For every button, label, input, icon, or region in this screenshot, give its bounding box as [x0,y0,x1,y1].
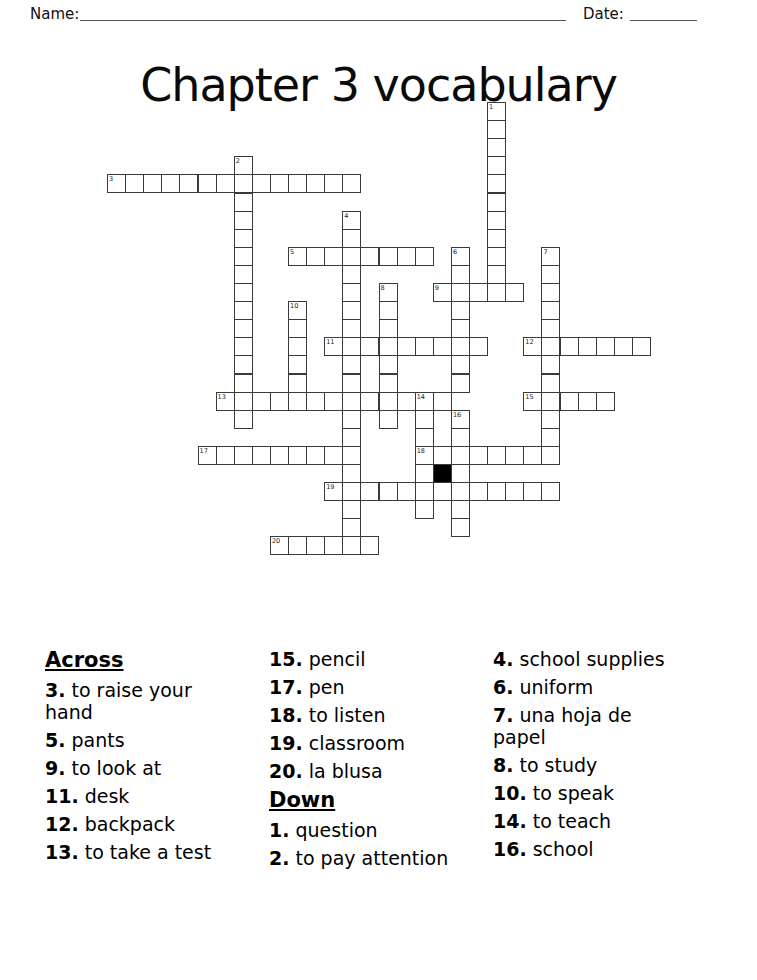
clue-list-number-18: 18. [269,704,303,726]
grid-cell-r14-c24[interactable] [541,355,560,374]
clue-number-8: 8 [381,284,385,292]
grid-cell-r10-c22[interactable] [505,283,524,302]
grid-cell-r13-c15[interactable] [379,337,398,356]
clue-list-number-13: 13. [45,841,79,863]
clue-4: 4. school supplies [493,648,689,670]
grid-cell-r9-c19[interactable] [451,265,470,284]
grid-cell-r13-c23[interactable]: 12 [523,337,542,356]
grid-cell-r21-c13[interactable] [342,482,361,501]
clue-number-4: 4 [344,212,348,220]
clue-number-12: 12 [525,338,533,346]
grid-cell-r11-c7[interactable] [234,301,253,320]
grid-cell-r10-c21[interactable] [487,283,506,302]
grid-cell-r15-c13[interactable] [342,374,361,393]
grid-cell-r13-c10[interactable] [288,337,307,356]
grid-cell-r16-c16[interactable] [397,392,416,411]
grid-cell-r3-c21[interactable] [487,156,506,175]
clue-list-number-2: 2. [269,847,289,869]
grid-cell-r7-c7[interactable] [234,229,253,248]
grid-cell-r19-c13[interactable] [342,446,361,465]
clue-17: 17. pen [269,676,471,698]
grid-cell-r10-c20[interactable] [469,283,488,302]
grid-cell-r13-c16[interactable] [397,337,416,356]
clue-15: 15. pencil [269,648,471,670]
grid-cell-r20-c19[interactable] [451,464,470,483]
clue-9: 9. to look at [45,757,233,779]
grid-cell-r3-c7[interactable]: 2 [234,156,253,175]
grid-cell-r13-c17[interactable] [415,337,434,356]
clue-number-11: 11 [326,338,334,346]
grid-cell-r4-c6[interactable] [216,174,235,193]
grid-cell-r21-c17[interactable] [415,482,434,501]
grid-cell-r17-c13[interactable] [342,410,361,429]
clue-list-number-5: 5. [45,729,65,751]
clue-12: 12. backpack [45,813,233,835]
clue-list-number-6: 6. [493,676,513,698]
grid-cell-r22-c17[interactable] [415,500,434,519]
grid-cell-r12-c7[interactable] [234,319,253,338]
clue-16: 16. school [493,838,689,860]
grid-cell-r19-c19[interactable] [451,446,470,465]
clue-list-number-1: 1. [269,819,289,841]
grid-cell-r13-c26[interactable] [578,337,597,356]
crossword-grid: 1234567891011121314151617181920 [107,102,652,557]
clue-number-3: 3 [109,175,113,183]
clue-18: 18. to listen [269,704,471,726]
grid-cell-r17-c15[interactable] [379,410,398,429]
clue-number-10: 10 [290,302,298,310]
grid-cell-r11-c15[interactable] [379,301,398,320]
grid-cell-r15-c15[interactable] [379,374,398,393]
grid-cell-r4-c21[interactable] [487,174,506,193]
grid-cell-r13-c14[interactable] [360,337,379,356]
grid-cell-r19-c21[interactable] [487,446,506,465]
grid-cell-r15-c19[interactable] [451,374,470,393]
grid-cell-r13-c20[interactable] [469,337,488,356]
grid-cell-r17-c7[interactable] [234,410,253,429]
grid-cell-r14-c13[interactable] [342,355,361,374]
grid-cell-r8-c10[interactable]: 5 [288,247,307,266]
grid-cell-r10-c13[interactable] [342,283,361,302]
grid-cell-r21-c20[interactable] [469,482,488,501]
grid-cell-r19-c22[interactable] [505,446,524,465]
grid-cell-r12-c15[interactable] [379,319,398,338]
grid-cell-r16-c25[interactable] [560,392,579,411]
grid-cell-r18-c13[interactable] [342,428,361,447]
grid-cell-r19-c7[interactable] [234,446,253,465]
grid-cell-r8-c14[interactable] [360,247,379,266]
grid-cell-r13-c29[interactable] [632,337,651,356]
grid-cell-r8-c7[interactable] [234,247,253,266]
grid-cell-r21-c22[interactable] [505,482,524,501]
grid-cell-r19-c20[interactable] [469,446,488,465]
grid-cell-r14-c7[interactable] [234,355,253,374]
clue-list-number-4: 4. [493,648,513,670]
clue-list-number-17: 17. [269,676,303,698]
grid-cell-r8-c12[interactable] [324,247,343,266]
grid-cell-r8-c11[interactable] [306,247,325,266]
clue-2: 2. to pay attention [269,847,471,869]
grid-cell-r24-c9[interactable]: 20 [270,536,289,555]
clue-number-1: 1 [489,103,493,111]
grid-cell-r19-c17[interactable]: 18 [415,446,434,465]
grid-cell-r19-c5[interactable]: 17 [198,446,217,465]
clue-number-2: 2 [236,157,240,165]
grid-cell-r16-c6[interactable]: 13 [216,392,235,411]
grid-cell-r12-c24[interactable] [541,319,560,338]
grid-cell-r13-c12[interactable]: 11 [324,337,343,356]
clue-13: 13. to take a test [45,841,233,863]
clue-list-number-8: 8. [493,754,513,776]
clue-8: 8. to study [493,754,689,776]
grid-cell-r14-c10[interactable] [288,355,307,374]
grid-cell-r16-c13[interactable] [342,392,361,411]
grid-cell-r21-c16[interactable] [397,482,416,501]
grid-cell-r19-c8[interactable] [252,446,271,465]
grid-cell-r4-c8[interactable] [252,174,271,193]
clue-number-6: 6 [453,248,457,256]
grid-cell-r14-c19[interactable] [451,355,470,374]
clue-column-3: 4. school supplies6. uniform7. una hoja … [493,648,689,866]
clue-6: 6. uniform [493,676,689,698]
grid-cell-r4-c0[interactable]: 3 [107,174,126,193]
grid-cell-r11-c13[interactable] [342,301,361,320]
clue-number-15: 15 [525,393,533,401]
grid-cell-r24-c13[interactable] [342,536,361,555]
clue-list-number-9: 9. [45,757,65,779]
clue-number-7: 7 [543,248,547,256]
grid-cell-r6-c7[interactable] [234,211,253,230]
grid-cell-r9-c7[interactable] [234,265,253,284]
grid-cell-r24-c12[interactable] [324,536,343,555]
grid-cell-r17-c17[interactable] [415,410,434,429]
grid-cell-r21-c15[interactable] [379,482,398,501]
grid-cell-r16-c14[interactable] [360,392,379,411]
clue-number-16: 16 [453,411,461,419]
grid-cell-r8-c17[interactable] [415,247,434,266]
grid-cell-r24-c10[interactable] [288,536,307,555]
date-input-line[interactable] [630,20,697,21]
grid-cell-r16-c9[interactable] [270,392,289,411]
grid-cell-r16-c23[interactable]: 15 [523,392,542,411]
grid-cell-r4-c11[interactable] [306,174,325,193]
grid-cell-r16-c12[interactable] [324,392,343,411]
grid-cell-r19-c10[interactable] [288,446,307,465]
date-label: Date: [583,5,624,23]
grid-cell-r4-c5[interactable] [198,174,217,193]
name-label: Name: [30,5,79,23]
clue-number-5: 5 [290,248,294,256]
grid-cell-r10-c18[interactable]: 9 [433,283,452,302]
grid-cell-r22-c13[interactable] [342,500,361,519]
grid-cell-r4-c7[interactable] [234,174,253,193]
grid-cell-r12-c19[interactable] [451,319,470,338]
grid-cell-r19-c18[interactable] [433,446,452,465]
grid-cell-r20-c13[interactable] [342,464,361,483]
grid-cell-r4-c10[interactable] [288,174,307,193]
grid-cell-r7-c13[interactable] [342,229,361,248]
grid-cell-r9-c21[interactable] [487,265,506,284]
grid-cell-r16-c10[interactable] [288,392,307,411]
grid-cell-r17-c24[interactable] [541,410,560,429]
clue-list-number-16: 16. [493,838,527,860]
grid-cell-r13-c7[interactable] [234,337,253,356]
grid-cell-r11-c24[interactable] [541,301,560,320]
grid-cell-r8-c16[interactable] [397,247,416,266]
grid-cell-r16-c17[interactable]: 14 [415,392,434,411]
down-heading: Down [269,788,471,812]
grid-cell-r13-c18[interactable] [433,337,452,356]
grid-cell-r12-c13[interactable] [342,319,361,338]
grid-cell-r10-c15[interactable]: 8 [379,283,398,302]
clue-7: 7. una hoja de papel [493,704,689,748]
grid-cell-r19-c23[interactable] [523,446,542,465]
clue-list-number-11: 11. [45,785,79,807]
grid-cell-r23-c19[interactable] [451,518,470,537]
grid-cell-r8-c21[interactable] [487,247,506,266]
clue-column-2: 15. pencil17. pen18. to listen19. classr… [269,648,471,875]
grid-cell-r9-c13[interactable] [342,265,361,284]
grid-cell-r18-c17[interactable] [415,428,434,447]
grid-cell-r16-c27[interactable] [596,392,615,411]
grid-cell-r21-c21[interactable] [487,482,506,501]
clue-column-1: Across3. to raise your hand5. pants9. to… [45,648,233,869]
clue-14: 14. to teach [493,810,689,832]
clue-list-number-14: 14. [493,810,527,832]
grid-cell-r2-c21[interactable] [487,138,506,157]
grid-cell-r19-c6[interactable] [216,446,235,465]
grid-cell-r20-c17[interactable] [415,464,434,483]
grid-cell-r10-c7[interactable] [234,283,253,302]
name-input-line[interactable] [80,20,566,21]
clue-number-13: 13 [218,393,226,401]
grid-cell-r21-c18[interactable] [433,482,452,501]
grid-cell-r13-c24[interactable] [541,337,560,356]
grid-cell-r15-c7[interactable] [234,374,253,393]
clue-list-number-15: 15. [269,648,303,670]
clue-20: 20. la blusa [269,760,471,782]
grid-cell-r11-c10[interactable]: 10 [288,301,307,320]
clue-list-number-7: 7. [493,704,513,726]
grid-cell-r7-c21[interactable] [487,229,506,248]
grid-cell-r13-c13[interactable] [342,337,361,356]
grid-cell-r8-c24[interactable]: 7 [541,247,560,266]
grid-cell-r12-c10[interactable] [288,319,307,338]
clue-1: 1. question [269,819,471,841]
grid-cell-r9-c24[interactable] [541,265,560,284]
grid-cell-r16-c11[interactable] [306,392,325,411]
grid-cell-r13-c27[interactable] [596,337,615,356]
grid-cell-r4-c9[interactable] [270,174,289,193]
grid-cell-r15-c10[interactable] [288,374,307,393]
grid-cell-r1-c21[interactable] [487,120,506,139]
clue-number-14: 14 [417,393,425,401]
grid-cell-r16-c24[interactable] [541,392,560,411]
grid-cell-r21-c23[interactable] [523,482,542,501]
clue-5: 5. pants [45,729,233,751]
grid-cell-r10-c24[interactable] [541,283,560,302]
across-heading: Across [45,648,233,672]
clue-list-number-3: 3. [45,679,65,701]
grid-cell-r6-c13[interactable]: 4 [342,211,361,230]
grid-cell-r19-c12[interactable] [324,446,343,465]
clue-10: 10. to speak [493,782,689,804]
grid-cell-r18-c24[interactable] [541,428,560,447]
grid-cell-r21-c12[interactable]: 19 [324,482,343,501]
grid-cell-r6-c21[interactable] [487,211,506,230]
clue-list-number-10: 10. [493,782,527,804]
clue-number-20: 20 [272,537,280,545]
grid-cell-r23-c13[interactable] [342,518,361,537]
clue-number-17: 17 [200,447,208,455]
grid-cell-r10-c19[interactable] [451,283,470,302]
blocked-cell-r20-c18 [433,464,452,483]
clue-number-9: 9 [435,284,439,292]
grid-cell-r21-c24[interactable] [541,482,560,501]
clue-list-number-19: 19. [269,732,303,754]
clue-3: 3. to raise your hand [45,679,233,723]
grid-cell-r13-c28[interactable] [614,337,633,356]
grid-cell-r8-c19[interactable]: 6 [451,247,470,266]
grid-cell-r21-c19[interactable] [451,482,470,501]
grid-cell-r13-c19[interactable] [451,337,470,356]
grid-cell-r17-c19[interactable]: 16 [451,410,470,429]
grid-cell-r21-c14[interactable] [360,482,379,501]
grid-cell-r13-c25[interactable] [560,337,579,356]
grid-cell-r14-c15[interactable] [379,355,398,374]
clue-19: 19. classroom [269,732,471,754]
clue-list-number-20: 20. [269,760,303,782]
clue-number-19: 19 [326,483,334,491]
grid-cell-r16-c8[interactable] [252,392,271,411]
grid-cell-r16-c7[interactable] [234,392,253,411]
grid-cell-r4-c1[interactable] [125,174,144,193]
grid-cell-r15-c24[interactable] [541,374,560,393]
grid-cell-r19-c24[interactable] [541,446,560,465]
grid-cell-r4-c3[interactable] [161,174,180,193]
grid-cell-r11-c19[interactable] [451,301,470,320]
grid-cell-r19-c9[interactable] [270,446,289,465]
grid-cell-r5-c7[interactable] [234,193,253,212]
grid-cell-r4-c13[interactable] [342,174,361,193]
grid-cell-r22-c19[interactable] [451,500,470,519]
grid-cell-r19-c11[interactable] [306,446,325,465]
grid-cell-r5-c21[interactable] [487,193,506,212]
clue-number-18: 18 [417,447,425,455]
grid-cell-r16-c26[interactable] [578,392,597,411]
grid-cell-r0-c21[interactable]: 1 [487,102,506,121]
grid-cell-r4-c12[interactable] [324,174,343,193]
grid-cell-r24-c14[interactable] [360,536,379,555]
grid-cell-r16-c18[interactable] [433,392,452,411]
grid-cell-r4-c4[interactable] [179,174,198,193]
grid-cell-r24-c11[interactable] [306,536,325,555]
grid-cell-r4-c2[interactable] [143,174,162,193]
clue-11: 11. desk [45,785,233,807]
grid-cell-r16-c15[interactable] [379,392,398,411]
grid-cell-r18-c19[interactable] [451,428,470,447]
clue-list-number-12: 12. [45,813,79,835]
grid-cell-r8-c13[interactable] [342,247,361,266]
grid-cell-r8-c15[interactable] [379,247,398,266]
